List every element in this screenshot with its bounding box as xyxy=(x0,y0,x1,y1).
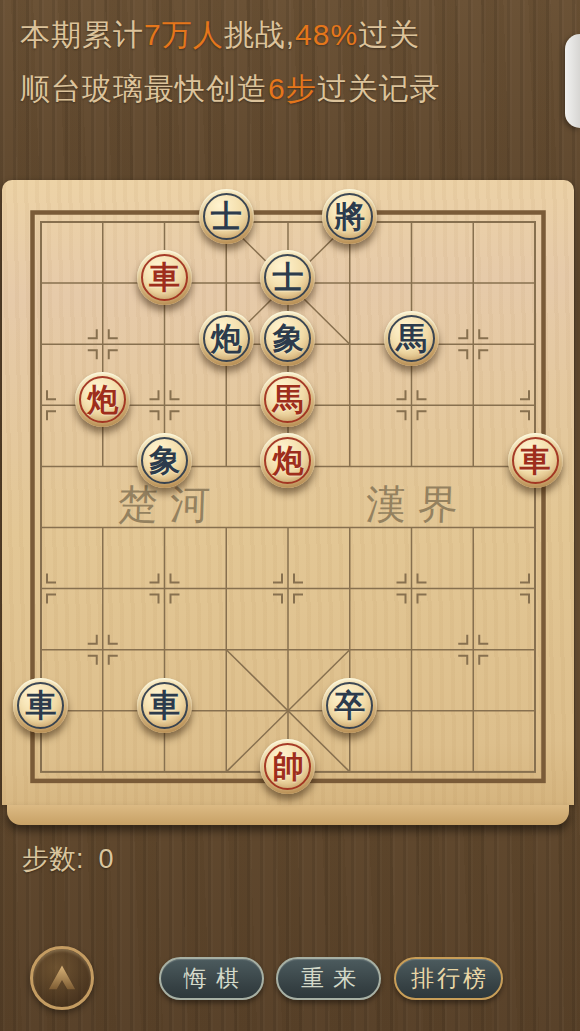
step-counter-value: 0 xyxy=(99,844,114,874)
board-cell: 車 xyxy=(10,680,72,741)
piece-character: 車 xyxy=(149,690,180,721)
challenge-stats-line: 本期累计7万人挑战,48%过关 xyxy=(20,15,420,56)
piece-character: 卒 xyxy=(334,690,365,721)
board-cell: 象 xyxy=(134,435,196,496)
piece-black-chariot[interactable]: 車 xyxy=(137,678,192,733)
piece-character: 象 xyxy=(149,445,180,476)
piece-black-horse[interactable]: 馬 xyxy=(384,311,439,366)
piece-character: 車 xyxy=(520,445,551,476)
piece-red-chariot[interactable]: 車 xyxy=(508,433,563,488)
piece-character: 炮 xyxy=(272,445,303,476)
board-cell: 車 xyxy=(504,435,566,496)
board-cell: 將 xyxy=(319,191,381,252)
piece-black-chariot[interactable]: 車 xyxy=(13,678,68,733)
piece-character: 炮 xyxy=(87,384,118,415)
restart-button[interactable]: 重来 xyxy=(276,957,381,1000)
piece-black-soldier[interactable]: 卒 xyxy=(322,678,377,733)
up-arrow-icon xyxy=(42,958,82,998)
record-stats-line: 顺台玻璃最快创造6步过关记录 xyxy=(20,69,441,110)
piece-black-elephant[interactable]: 象 xyxy=(260,311,315,366)
piece-character: 馬 xyxy=(272,384,303,415)
board-cell: 車 xyxy=(134,252,196,313)
piece-black-advisor[interactable]: 士 xyxy=(199,189,254,244)
board-cell: 馬 xyxy=(257,374,319,435)
piece-character: 士 xyxy=(272,262,303,293)
stat-text: 过关 xyxy=(358,18,420,51)
piece-red-cannon[interactable]: 炮 xyxy=(75,372,130,427)
piece-red-horse[interactable]: 馬 xyxy=(260,372,315,427)
board-cell: 士 xyxy=(195,191,257,252)
board-cell: 卒 xyxy=(319,680,381,741)
piece-character: 馬 xyxy=(396,323,427,354)
piece-black-advisor[interactable]: 士 xyxy=(260,250,315,305)
board-cell: 炮 xyxy=(257,435,319,496)
stat-text: 本期累计 xyxy=(20,18,144,51)
piece-black-general[interactable]: 將 xyxy=(322,189,377,244)
piece-red-cannon[interactable]: 炮 xyxy=(260,433,315,488)
stat-text: 顺台玻璃最快创造 xyxy=(20,72,268,105)
stat-text: 过关记录 xyxy=(317,72,441,105)
piece-character: 車 xyxy=(149,262,180,293)
board-cell: 馬 xyxy=(381,313,443,374)
leaderboard-button[interactable]: 排行榜 xyxy=(394,957,503,1000)
board-cell: 車 xyxy=(134,680,196,741)
piece-character: 士 xyxy=(211,201,242,232)
board-cell: 帥 xyxy=(257,741,319,802)
step-counter: 步数:0 xyxy=(22,841,114,877)
piece-character: 車 xyxy=(25,690,56,721)
expand-menu-button[interactable] xyxy=(30,946,94,1010)
piece-red-chariot[interactable]: 車 xyxy=(137,250,192,305)
board-cell: 士 xyxy=(257,252,319,313)
piece-black-elephant[interactable]: 象 xyxy=(137,433,192,488)
piece-red-general[interactable]: 帥 xyxy=(260,739,315,794)
piece-character: 象 xyxy=(272,323,303,354)
board-cell: 象 xyxy=(257,313,319,374)
piece-character: 帥 xyxy=(272,751,303,782)
side-drawer-handle[interactable] xyxy=(565,34,580,128)
undo-move-button[interactable]: 悔棋 xyxy=(159,957,264,1000)
piece-character: 炮 xyxy=(211,323,242,354)
step-counter-label: 步数: xyxy=(22,844,84,874)
board-bottom-edge xyxy=(7,805,569,825)
stat-highlight: 6步 xyxy=(268,72,317,105)
board-cell: 炮 xyxy=(72,374,134,435)
stat-highlight: 7万人 xyxy=(144,18,224,51)
stat-text: 挑战, xyxy=(224,18,295,51)
stat-highlight: 48% xyxy=(295,18,358,51)
piece-black-cannon[interactable]: 炮 xyxy=(199,311,254,366)
board-cell: 炮 xyxy=(195,313,257,374)
piece-grid: 士將車士炮象馬炮馬象炮車車車卒帥 xyxy=(10,191,566,802)
piece-character: 將 xyxy=(334,201,365,232)
